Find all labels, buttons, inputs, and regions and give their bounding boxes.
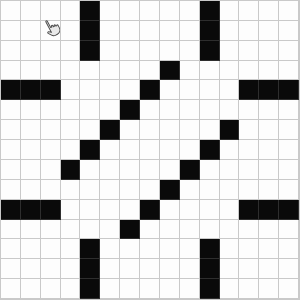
white-cell[interactable] <box>220 279 240 299</box>
white-cell[interactable] <box>140 259 160 279</box>
white-cell[interactable] <box>220 239 240 259</box>
white-cell[interactable] <box>220 259 240 279</box>
white-cell[interactable] <box>180 41 200 61</box>
white-cell[interactable] <box>21 259 41 279</box>
white-cell[interactable] <box>259 61 279 81</box>
white-cell[interactable] <box>100 180 120 200</box>
white-cell[interactable] <box>180 21 200 41</box>
black-cell <box>259 200 279 220</box>
white-cell[interactable] <box>180 140 200 160</box>
black-cell <box>200 41 220 61</box>
white-cell[interactable] <box>41 21 61 41</box>
white-cell[interactable] <box>80 120 100 140</box>
black-cell <box>80 21 100 41</box>
crossword-grid <box>0 0 300 300</box>
white-cell[interactable] <box>279 160 299 180</box>
black-cell <box>100 120 120 140</box>
white-cell[interactable] <box>61 239 81 259</box>
white-cell[interactable] <box>100 259 120 279</box>
white-cell[interactable] <box>200 220 220 240</box>
white-cell[interactable] <box>100 160 120 180</box>
white-cell[interactable] <box>279 41 299 61</box>
white-cell[interactable] <box>220 200 240 220</box>
white-cell[interactable] <box>61 80 81 100</box>
black-cell <box>61 160 81 180</box>
white-cell[interactable] <box>100 220 120 240</box>
white-cell[interactable] <box>120 140 140 160</box>
white-cell[interactable] <box>140 100 160 120</box>
white-cell[interactable] <box>21 140 41 160</box>
white-cell[interactable] <box>180 239 200 259</box>
white-cell[interactable] <box>100 279 120 299</box>
black-cell <box>200 239 220 259</box>
white-cell[interactable] <box>1 120 21 140</box>
black-cell <box>160 61 180 81</box>
white-cell[interactable] <box>80 100 100 120</box>
white-cell[interactable] <box>200 100 220 120</box>
white-cell[interactable] <box>21 1 41 21</box>
white-cell[interactable] <box>80 61 100 81</box>
white-cell[interactable] <box>120 80 140 100</box>
white-cell[interactable] <box>1 259 21 279</box>
white-cell[interactable] <box>1 180 21 200</box>
white-cell[interactable] <box>180 259 200 279</box>
white-cell[interactable] <box>61 120 81 140</box>
white-cell[interactable] <box>140 21 160 41</box>
white-cell[interactable] <box>1 279 21 299</box>
white-cell[interactable] <box>61 200 81 220</box>
white-cell[interactable] <box>160 140 180 160</box>
black-cell <box>279 200 299 220</box>
white-cell[interactable] <box>80 160 100 180</box>
white-cell[interactable] <box>41 140 61 160</box>
white-cell[interactable] <box>41 220 61 240</box>
white-cell[interactable] <box>239 180 259 200</box>
black-cell <box>41 80 61 100</box>
black-cell <box>1 200 21 220</box>
white-cell[interactable] <box>220 21 240 41</box>
white-cell[interactable] <box>80 220 100 240</box>
white-cell[interactable] <box>140 279 160 299</box>
white-cell[interactable] <box>220 41 240 61</box>
white-cell[interactable] <box>220 220 240 240</box>
white-cell[interactable] <box>259 1 279 21</box>
white-cell[interactable] <box>100 61 120 81</box>
white-cell[interactable] <box>120 200 140 220</box>
white-cell[interactable] <box>1 41 21 61</box>
black-cell <box>239 80 259 100</box>
black-cell <box>1 80 21 100</box>
white-cell[interactable] <box>279 1 299 21</box>
white-cell[interactable] <box>180 80 200 100</box>
white-cell[interactable] <box>279 180 299 200</box>
white-cell[interactable] <box>100 100 120 120</box>
white-cell[interactable] <box>239 120 259 140</box>
white-cell[interactable] <box>21 279 41 299</box>
crossword-page <box>0 0 300 300</box>
white-cell[interactable] <box>120 180 140 200</box>
white-cell[interactable] <box>140 220 160 240</box>
white-cell[interactable] <box>160 120 180 140</box>
white-cell[interactable] <box>279 220 299 240</box>
white-cell[interactable] <box>100 140 120 160</box>
white-cell[interactable] <box>239 160 259 180</box>
white-cell[interactable] <box>1 1 21 21</box>
white-cell[interactable] <box>279 120 299 140</box>
white-cell[interactable] <box>140 61 160 81</box>
white-cell[interactable] <box>100 80 120 100</box>
white-cell[interactable] <box>41 61 61 81</box>
white-cell[interactable] <box>80 80 100 100</box>
white-cell[interactable] <box>100 1 120 21</box>
white-cell[interactable] <box>200 160 220 180</box>
black-cell <box>200 259 220 279</box>
white-cell[interactable] <box>279 259 299 279</box>
white-cell[interactable] <box>180 180 200 200</box>
white-cell[interactable] <box>100 41 120 61</box>
black-cell <box>200 1 220 21</box>
white-cell[interactable] <box>41 1 61 21</box>
white-cell[interactable] <box>120 239 140 259</box>
white-cell[interactable] <box>239 41 259 61</box>
white-cell[interactable] <box>61 259 81 279</box>
white-cell[interactable] <box>61 21 81 41</box>
white-cell[interactable] <box>220 160 240 180</box>
white-cell[interactable] <box>160 1 180 21</box>
white-cell[interactable] <box>239 220 259 240</box>
white-cell[interactable] <box>21 21 41 41</box>
white-cell[interactable] <box>259 140 279 160</box>
white-cell[interactable] <box>259 180 279 200</box>
white-cell[interactable] <box>61 41 81 61</box>
white-cell[interactable] <box>160 259 180 279</box>
white-cell[interactable] <box>200 180 220 200</box>
white-cell[interactable] <box>120 279 140 299</box>
white-cell[interactable] <box>259 279 279 299</box>
white-cell[interactable] <box>1 100 21 120</box>
white-cell[interactable] <box>220 80 240 100</box>
black-cell <box>80 259 100 279</box>
white-cell[interactable] <box>220 1 240 21</box>
white-cell[interactable] <box>259 21 279 41</box>
white-cell[interactable] <box>61 220 81 240</box>
white-cell[interactable] <box>41 279 61 299</box>
white-cell[interactable] <box>160 200 180 220</box>
black-cell <box>279 80 299 100</box>
white-cell[interactable] <box>279 61 299 81</box>
white-cell[interactable] <box>120 21 140 41</box>
white-cell[interactable] <box>120 120 140 140</box>
white-cell[interactable] <box>279 140 299 160</box>
white-cell[interactable] <box>80 200 100 220</box>
black-cell <box>80 279 100 299</box>
white-cell[interactable] <box>21 180 41 200</box>
black-cell <box>200 140 220 160</box>
white-cell[interactable] <box>1 21 21 41</box>
black-cell <box>160 180 180 200</box>
black-cell <box>80 1 100 21</box>
white-cell[interactable] <box>259 160 279 180</box>
white-cell[interactable] <box>140 41 160 61</box>
white-cell[interactable] <box>200 120 220 140</box>
black-cell <box>21 80 41 100</box>
white-cell[interactable] <box>220 100 240 120</box>
white-cell[interactable] <box>140 239 160 259</box>
black-cell <box>239 200 259 220</box>
white-cell[interactable] <box>200 80 220 100</box>
white-cell[interactable] <box>239 239 259 259</box>
white-cell[interactable] <box>100 239 120 259</box>
white-cell[interactable] <box>160 21 180 41</box>
white-cell[interactable] <box>279 21 299 41</box>
black-cell <box>140 200 160 220</box>
white-cell[interactable] <box>41 160 61 180</box>
white-cell[interactable] <box>160 239 180 259</box>
white-cell[interactable] <box>239 21 259 41</box>
white-cell[interactable] <box>140 1 160 21</box>
white-cell[interactable] <box>120 160 140 180</box>
black-cell <box>120 100 140 120</box>
black-cell <box>21 200 41 220</box>
white-cell[interactable] <box>160 160 180 180</box>
white-cell[interactable] <box>120 1 140 21</box>
white-cell[interactable] <box>239 100 259 120</box>
white-cell[interactable] <box>61 180 81 200</box>
black-cell <box>140 80 160 100</box>
white-cell[interactable] <box>180 61 200 81</box>
white-cell[interactable] <box>41 239 61 259</box>
white-cell[interactable] <box>220 61 240 81</box>
white-cell[interactable] <box>160 41 180 61</box>
white-cell[interactable] <box>259 220 279 240</box>
white-cell[interactable] <box>160 220 180 240</box>
white-cell[interactable] <box>239 279 259 299</box>
white-cell[interactable] <box>100 21 120 41</box>
white-cell[interactable] <box>120 259 140 279</box>
white-cell[interactable] <box>200 61 220 81</box>
white-cell[interactable] <box>1 160 21 180</box>
white-cell[interactable] <box>160 80 180 100</box>
white-cell[interactable] <box>21 239 41 259</box>
white-cell[interactable] <box>239 259 259 279</box>
white-cell[interactable] <box>61 279 81 299</box>
white-cell[interactable] <box>21 41 41 61</box>
white-cell[interactable] <box>41 180 61 200</box>
white-cell[interactable] <box>41 41 61 61</box>
white-cell[interactable] <box>21 160 41 180</box>
white-cell[interactable] <box>180 120 200 140</box>
black-cell <box>80 239 100 259</box>
white-cell[interactable] <box>80 180 100 200</box>
white-cell[interactable] <box>259 259 279 279</box>
white-cell[interactable] <box>239 140 259 160</box>
white-cell[interactable] <box>239 1 259 21</box>
white-cell[interactable] <box>259 41 279 61</box>
white-cell[interactable] <box>41 120 61 140</box>
white-cell[interactable] <box>259 100 279 120</box>
black-cell <box>259 80 279 100</box>
black-cell <box>120 220 140 240</box>
white-cell[interactable] <box>21 120 41 140</box>
white-cell[interactable] <box>21 61 41 81</box>
white-cell[interactable] <box>61 140 81 160</box>
white-cell[interactable] <box>180 100 200 120</box>
white-cell[interactable] <box>220 140 240 160</box>
black-cell <box>200 21 220 41</box>
white-cell[interactable] <box>1 239 21 259</box>
white-cell[interactable] <box>1 140 21 160</box>
white-cell[interactable] <box>41 100 61 120</box>
black-cell <box>80 41 100 61</box>
white-cell[interactable] <box>41 259 61 279</box>
white-cell[interactable] <box>200 200 220 220</box>
white-cell[interactable] <box>279 100 299 120</box>
white-cell[interactable] <box>180 220 200 240</box>
white-cell[interactable] <box>259 120 279 140</box>
white-cell[interactable] <box>1 220 21 240</box>
white-cell[interactable] <box>140 140 160 160</box>
white-cell[interactable] <box>1 61 21 81</box>
white-cell[interactable] <box>259 239 279 259</box>
white-cell[interactable] <box>21 100 41 120</box>
black-cell <box>41 200 61 220</box>
black-cell <box>80 140 100 160</box>
white-cell[interactable] <box>61 61 81 81</box>
white-cell[interactable] <box>180 200 200 220</box>
white-cell[interactable] <box>279 239 299 259</box>
white-cell[interactable] <box>180 1 200 21</box>
white-cell[interactable] <box>140 180 160 200</box>
black-cell <box>200 279 220 299</box>
white-cell[interactable] <box>180 279 200 299</box>
white-cell[interactable] <box>100 200 120 220</box>
white-cell[interactable] <box>279 279 299 299</box>
white-cell[interactable] <box>61 100 81 120</box>
white-cell[interactable] <box>140 160 160 180</box>
white-cell[interactable] <box>160 100 180 120</box>
black-cell <box>220 120 240 140</box>
white-cell[interactable] <box>21 220 41 240</box>
white-cell[interactable] <box>160 279 180 299</box>
white-cell[interactable] <box>61 1 81 21</box>
white-cell[interactable] <box>239 61 259 81</box>
black-cell <box>180 160 200 180</box>
white-cell[interactable] <box>220 180 240 200</box>
white-cell[interactable] <box>120 61 140 81</box>
white-cell[interactable] <box>140 120 160 140</box>
white-cell[interactable] <box>120 41 140 61</box>
